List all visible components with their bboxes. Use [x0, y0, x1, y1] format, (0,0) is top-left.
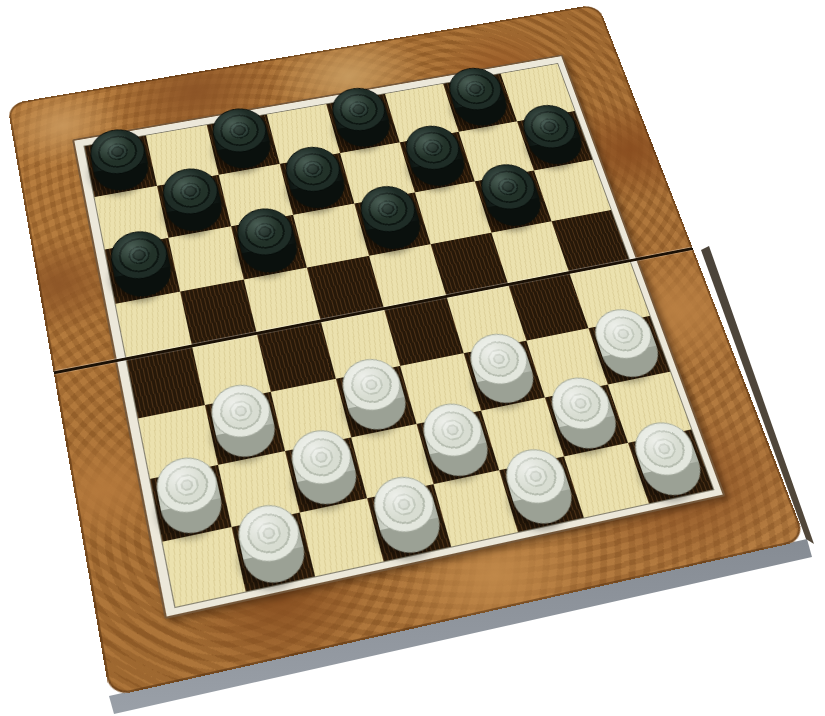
- white-checker[interactable]: ⛀: [421, 415, 494, 480]
- black-checker[interactable]: ⛂: [211, 118, 275, 171]
- black-checker[interactable]: ⛂: [284, 157, 350, 211]
- white-checker[interactable]: ⛀: [341, 370, 412, 433]
- white-checker[interactable]: ⛀: [210, 396, 280, 460]
- white-checker[interactable]: ⛀: [633, 434, 708, 499]
- black-checker[interactable]: ⛂: [161, 178, 226, 233]
- black-checker[interactable]: ⛂: [236, 219, 303, 276]
- white-checker[interactable]: ⛀: [290, 442, 362, 508]
- checkers-board: ⛂⛂⛂⛂⛂⛂⛂⛂⛂⛂⛂⛂⛀⛀⛀⛀⛀⛀⛀⛀⛀⛀⛀⛀: [7, 4, 806, 697]
- white-checker[interactable]: ⛀: [236, 517, 309, 586]
- black-checker[interactable]: ⛂: [521, 114, 587, 166]
- black-checker[interactable]: ⛂: [479, 174, 547, 229]
- black-checker[interactable]: ⛂: [331, 97, 396, 149]
- black-checker[interactable]: ⛂: [109, 242, 175, 300]
- white-checker[interactable]: ⛀: [155, 469, 227, 537]
- white-checker[interactable]: ⛀: [504, 461, 578, 527]
- white-checker[interactable]: ⛀: [593, 320, 665, 380]
- white-checker[interactable]: ⛀: [372, 489, 446, 557]
- black-checker[interactable]: ⛂: [447, 77, 512, 128]
- photo-background: ⛂⛂⛂⛂⛂⛂⛂⛂⛂⛂⛂⛂⛀⛀⛀⛀⛀⛀⛀⛀⛀⛀⛀⛀: [0, 0, 825, 716]
- black-checker[interactable]: ⛂: [89, 139, 153, 193]
- white-checker[interactable]: ⛀: [468, 345, 539, 407]
- black-checker[interactable]: ⛂: [359, 196, 426, 252]
- black-checker[interactable]: ⛂: [404, 135, 470, 188]
